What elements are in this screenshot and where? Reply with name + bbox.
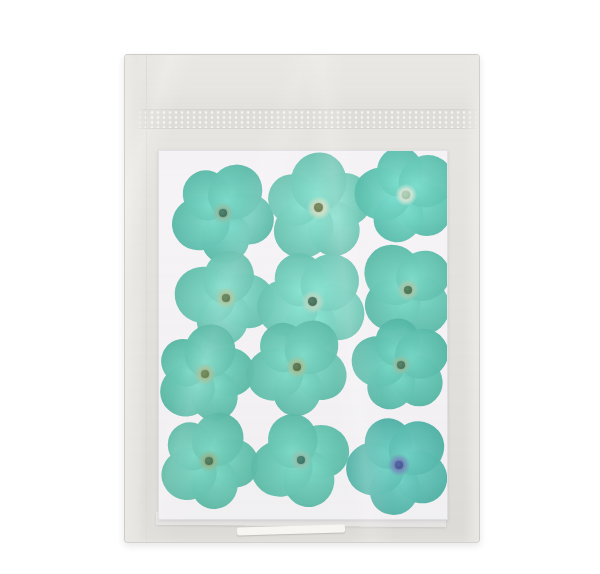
flower-11 xyxy=(253,412,349,508)
insert-card-edge xyxy=(237,524,345,535)
flower-1 xyxy=(173,163,273,263)
flower-center xyxy=(205,457,213,465)
flower-center xyxy=(404,286,412,294)
flower-8 xyxy=(248,318,346,416)
flower-9 xyxy=(354,318,448,412)
flower-center xyxy=(222,294,230,302)
bag-flap xyxy=(125,55,479,110)
flower-center xyxy=(397,361,405,369)
flower-7 xyxy=(158,326,253,422)
flower-12 xyxy=(349,415,448,515)
bag-zip-seal xyxy=(125,109,479,129)
flower-card xyxy=(158,150,448,520)
flower-center xyxy=(201,370,209,378)
plastic-bag xyxy=(124,54,480,543)
bag-left-fold xyxy=(125,55,147,542)
flower-3 xyxy=(357,150,448,244)
flower-10 xyxy=(161,413,257,509)
product-photo xyxy=(0,0,600,574)
bag-right-fold xyxy=(463,55,479,542)
flower-center xyxy=(297,456,305,464)
